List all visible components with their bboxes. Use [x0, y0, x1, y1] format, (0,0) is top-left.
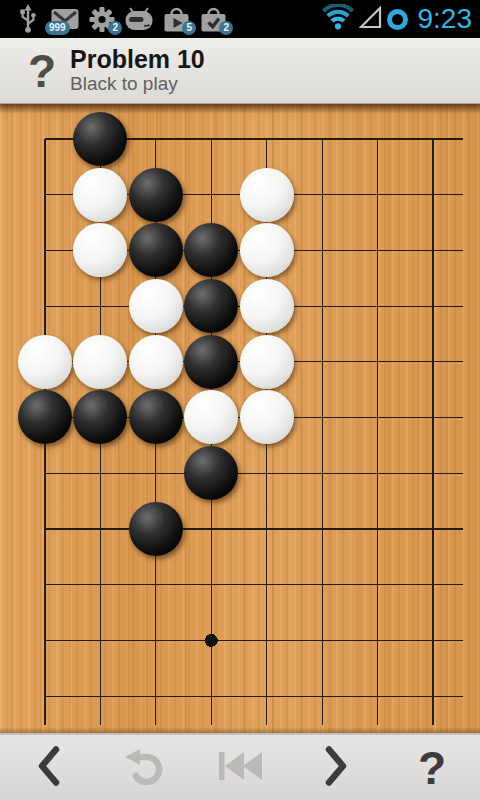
board-cell[interactable]: ○ — [73, 334, 128, 390]
board-cell[interactable] — [350, 445, 405, 501]
board-cell[interactable] — [17, 612, 72, 668]
stone-glyph: ● — [18, 390, 72, 444]
board-cell[interactable] — [350, 390, 405, 446]
board-cell[interactable] — [405, 334, 460, 390]
stone-white[interactable]: ○ — [129, 279, 183, 333]
board-cell[interactable]: ● — [73, 111, 128, 167]
undo-icon — [121, 747, 167, 789]
stone-black[interactable]: ● — [184, 335, 238, 389]
board-cell[interactable] — [128, 668, 183, 724]
board-cell[interactable]: ○ — [239, 334, 294, 390]
board-cell[interactable] — [17, 278, 72, 334]
stone-black[interactable]: ● — [129, 390, 183, 444]
board-cell[interactable] — [17, 167, 72, 223]
stone-black[interactable]: ● — [73, 390, 127, 444]
board-cell[interactable] — [294, 557, 349, 613]
board-cell[interactable] — [405, 445, 460, 501]
app-screen: 999 2 — [0, 0, 480, 800]
board-cell[interactable]: ○ — [128, 334, 183, 390]
board-cell[interactable] — [73, 501, 128, 557]
board-cell[interactable] — [405, 557, 460, 613]
play-store-badge: 5 — [182, 21, 196, 35]
board-cell[interactable]: ○ — [128, 278, 183, 334]
stone-white[interactable]: ○ — [240, 223, 294, 277]
problem-header: ? Problem 10 Black to play — [0, 38, 480, 104]
problem-header-text: Problem 10 Black to play — [70, 45, 205, 95]
stone-black[interactable]: ● — [73, 112, 127, 166]
board-cell[interactable]: ● — [184, 278, 239, 334]
board-cell[interactable]: ● — [73, 390, 128, 446]
board-cell[interactable] — [294, 334, 349, 390]
gmail-badge: 999 — [45, 21, 70, 35]
board-cell[interactable] — [294, 167, 349, 223]
board-cell[interactable] — [405, 612, 460, 668]
board-cell[interactable]: ● — [184, 223, 239, 279]
board-cell[interactable] — [184, 668, 239, 724]
status-clock: 9:23 — [418, 3, 473, 35]
stone-glyph: ● — [184, 223, 238, 277]
stone-white[interactable]: ○ — [129, 335, 183, 389]
board-cell[interactable] — [73, 668, 128, 724]
board-cell[interactable] — [294, 668, 349, 724]
stone-glyph: ○ — [129, 279, 183, 333]
board-cell[interactable] — [128, 111, 183, 167]
play-store-icon: 5 — [161, 4, 191, 34]
stone-glyph: ○ — [240, 223, 294, 277]
board-cell[interactable]: ● — [184, 445, 239, 501]
hint-question-icon: ? — [418, 745, 446, 791]
board-cell[interactable] — [294, 278, 349, 334]
board-cell[interactable] — [350, 334, 405, 390]
signal-triangle-icon — [359, 6, 382, 33]
updates-badge: 2 — [108, 21, 122, 35]
board-cell[interactable]: ○ — [73, 223, 128, 279]
board-cell[interactable] — [239, 557, 294, 613]
stone-glyph: ○ — [129, 335, 183, 389]
board-cell[interactable] — [405, 501, 460, 557]
status-bar-system: 9:23 — [322, 3, 480, 35]
board-cell[interactable] — [294, 612, 349, 668]
problem-title: Problem 10 — [70, 45, 205, 73]
forward-button[interactable] — [288, 735, 384, 800]
board-cell[interactable] — [350, 167, 405, 223]
stone-glyph: ● — [129, 223, 183, 277]
board-cell[interactable] — [294, 390, 349, 446]
board-cell[interactable] — [350, 111, 405, 167]
stone-glyph: ● — [184, 446, 238, 500]
goban-grid: ●○●○○●●○○●○○○○●○●●●○○●● — [17, 111, 460, 724]
usb-icon — [13, 4, 43, 34]
board-cell[interactable]: ○ — [17, 334, 72, 390]
stone-glyph: ● — [129, 168, 183, 222]
stone-black[interactable]: ● — [184, 279, 238, 333]
board-cell[interactable] — [17, 668, 72, 724]
navigation-toolbar: ? — [0, 733, 480, 800]
board-cell[interactable] — [239, 612, 294, 668]
stone-glyph: ○ — [240, 390, 294, 444]
board-cell[interactable] — [128, 557, 183, 613]
board-cell[interactable] — [405, 668, 460, 724]
stone-white[interactable]: ○ — [240, 335, 294, 389]
stone-glyph: ○ — [240, 168, 294, 222]
stone-white[interactable]: ○ — [73, 168, 127, 222]
board-cell[interactable]: ○ — [184, 390, 239, 446]
board-cell[interactable] — [405, 167, 460, 223]
board-cell[interactable] — [184, 167, 239, 223]
board-cell[interactable] — [184, 557, 239, 613]
stone-glyph: ○ — [184, 390, 238, 444]
board-cell[interactable]: ○ — [239, 167, 294, 223]
stone-glyph: ● — [129, 390, 183, 444]
board-cell[interactable]: ● — [128, 167, 183, 223]
stone-black[interactable]: ● — [129, 502, 183, 556]
stone-black[interactable]: ● — [184, 446, 238, 500]
stone-glyph: ● — [73, 112, 127, 166]
stone-glyph: ○ — [18, 335, 72, 389]
board-cell[interactable] — [128, 445, 183, 501]
chevron-right-icon — [323, 745, 350, 791]
board-cell[interactable] — [17, 111, 72, 167]
stone-glyph: ● — [129, 502, 183, 556]
stone-glyph: ● — [73, 390, 127, 444]
back-button[interactable] — [0, 735, 96, 800]
stone-white[interactable]: ○ — [73, 223, 127, 277]
stone-black[interactable]: ● — [129, 223, 183, 277]
stone-black[interactable]: ● — [129, 168, 183, 222]
stone-white[interactable]: ○ — [240, 390, 294, 444]
stone-white[interactable]: ○ — [73, 335, 127, 389]
chevron-left-icon — [35, 745, 62, 791]
board-cell[interactable] — [239, 111, 294, 167]
stone-black[interactable]: ● — [18, 390, 72, 444]
board-cell[interactable] — [294, 501, 349, 557]
board-cell[interactable]: ○ — [73, 167, 128, 223]
board-cell[interactable] — [73, 612, 128, 668]
board-cell[interactable] — [350, 278, 405, 334]
board-cell[interactable] — [294, 111, 349, 167]
skip-start-button[interactable] — [192, 735, 288, 800]
problem-help-icon[interactable]: ? — [22, 41, 62, 101]
stone-glyph: ○ — [240, 279, 294, 333]
board-cell[interactable] — [239, 445, 294, 501]
stone-white[interactable]: ○ — [240, 168, 294, 222]
stone-glyph: ● — [184, 279, 238, 333]
problem-subtitle: Black to play — [70, 73, 205, 95]
board-cell[interactable] — [350, 223, 405, 279]
board-cell[interactable] — [17, 501, 72, 557]
board-cell[interactable]: ○ — [239, 278, 294, 334]
board-cell[interactable] — [350, 557, 405, 613]
stone-white[interactable]: ○ — [184, 390, 238, 444]
board-cell[interactable]: ● — [17, 390, 72, 446]
ring-icon — [387, 9, 408, 30]
board-cell[interactable] — [184, 501, 239, 557]
board-cell[interactable]: ● — [184, 334, 239, 390]
hint-button[interactable]: ? — [384, 735, 480, 800]
board-cell[interactable] — [73, 557, 128, 613]
board-cell[interactable] — [128, 612, 183, 668]
stone-white[interactable]: ○ — [18, 335, 72, 389]
stone-black[interactable]: ● — [184, 223, 238, 277]
board-cell[interactable] — [405, 111, 460, 167]
stone-glyph: ● — [184, 335, 238, 389]
board-cell[interactable] — [405, 278, 460, 334]
stone-glyph: ○ — [73, 223, 127, 277]
wifi-icon — [322, 4, 354, 34]
board-cell[interactable] — [73, 445, 128, 501]
stone-glyph: ○ — [73, 168, 127, 222]
undo-button[interactable] — [96, 735, 192, 800]
board-cell[interactable] — [294, 223, 349, 279]
board-cell[interactable] — [350, 501, 405, 557]
store-check-icon: 2 — [198, 4, 228, 34]
gmail-icon: 999 — [50, 4, 80, 34]
board-cell[interactable]: ○ — [239, 223, 294, 279]
status-bar-notifications: 999 2 — [0, 4, 228, 34]
board-cell[interactable]: ● — [128, 390, 183, 446]
board-cell[interactable] — [17, 557, 72, 613]
status-bar[interactable]: 999 2 — [0, 0, 480, 38]
skip-start-icon — [217, 750, 263, 786]
go-board: ●○●○○●●○○●○○○○●○●●●○○●● — [0, 104, 480, 733]
board-cell[interactable] — [17, 223, 72, 279]
board-cell[interactable] — [405, 390, 460, 446]
board-cell[interactable]: ○ — [239, 390, 294, 446]
board-cell[interactable] — [350, 612, 405, 668]
board-cell[interactable] — [184, 111, 239, 167]
board-cell[interactable] — [73, 278, 128, 334]
board-cell[interactable] — [17, 445, 72, 501]
board-cell[interactable] — [405, 223, 460, 279]
board-cell[interactable]: ● — [128, 223, 183, 279]
store-check-badge: 2 — [219, 21, 233, 35]
board-cell[interactable] — [350, 668, 405, 724]
stone-glyph: ○ — [73, 335, 127, 389]
stone-glyph: ○ — [240, 335, 294, 389]
board-cell[interactable] — [294, 445, 349, 501]
board-cell[interactable]: ● — [128, 501, 183, 557]
board-cell[interactable] — [184, 612, 239, 668]
board-cell[interactable] — [239, 501, 294, 557]
cyanogen-icon — [124, 4, 154, 34]
gear-icon: 2 — [87, 4, 117, 34]
board-cell[interactable] — [239, 668, 294, 724]
stone-white[interactable]: ○ — [240, 279, 294, 333]
